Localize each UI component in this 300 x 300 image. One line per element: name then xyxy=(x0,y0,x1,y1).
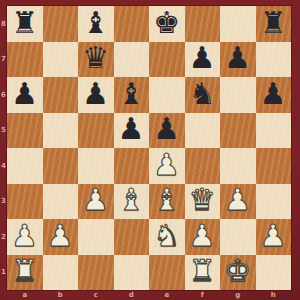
square-b8[interactable] xyxy=(43,6,79,42)
square-g3[interactable]: ♟ xyxy=(220,184,256,220)
board-frame: ♜♝♚♜♛♟♟♟♟♝♞♟♟♟♟♟♝♝♛♟♟♟♞♟♟♜♜♚ 87654321 ab… xyxy=(0,0,300,300)
white-rook[interactable]: ♜ xyxy=(189,256,216,286)
square-f6[interactable]: ♞ xyxy=(185,77,221,113)
rank-label-2: 2 xyxy=(0,219,7,255)
black-pawn[interactable]: ♟ xyxy=(11,79,38,109)
black-pawn[interactable]: ♟ xyxy=(224,43,251,73)
file-label-c: c xyxy=(78,291,114,300)
square-f2[interactable]: ♟ xyxy=(185,219,221,255)
black-knight[interactable]: ♞ xyxy=(189,79,216,109)
black-pawn[interactable]: ♟ xyxy=(82,79,109,109)
rank-label-6: 6 xyxy=(0,77,7,113)
square-c8[interactable]: ♝ xyxy=(78,6,114,42)
square-d1[interactable] xyxy=(114,255,150,291)
file-label-e: e xyxy=(149,291,185,300)
square-e4[interactable]: ♟ xyxy=(149,148,185,184)
square-d7[interactable] xyxy=(114,42,150,78)
square-c3[interactable]: ♟ xyxy=(78,184,114,220)
white-pawn[interactable]: ♟ xyxy=(260,221,287,251)
square-f3[interactable]: ♛ xyxy=(185,184,221,220)
square-h2[interactable]: ♟ xyxy=(256,219,292,255)
square-e2[interactable]: ♞ xyxy=(149,219,185,255)
black-queen[interactable]: ♛ xyxy=(82,43,109,73)
square-b7[interactable] xyxy=(43,42,79,78)
square-f4[interactable] xyxy=(185,148,221,184)
square-g1[interactable]: ♚ xyxy=(220,255,256,291)
square-g4[interactable] xyxy=(220,148,256,184)
square-c5[interactable] xyxy=(78,113,114,149)
square-e7[interactable] xyxy=(149,42,185,78)
square-g7[interactable]: ♟ xyxy=(220,42,256,78)
square-f5[interactable] xyxy=(185,113,221,149)
square-e5[interactable]: ♟ xyxy=(149,113,185,149)
square-g2[interactable] xyxy=(220,219,256,255)
square-c4[interactable] xyxy=(78,148,114,184)
black-rook[interactable]: ♜ xyxy=(260,8,287,38)
square-b2[interactable]: ♟ xyxy=(43,219,79,255)
square-f7[interactable]: ♟ xyxy=(185,42,221,78)
black-bishop[interactable]: ♝ xyxy=(118,79,145,109)
square-f8[interactable] xyxy=(185,6,221,42)
black-king[interactable]: ♚ xyxy=(153,8,180,38)
file-label-a: a xyxy=(7,291,43,300)
square-e3[interactable]: ♝ xyxy=(149,184,185,220)
black-pawn[interactable]: ♟ xyxy=(153,114,180,144)
square-g5[interactable] xyxy=(220,113,256,149)
rank-label-8: 8 xyxy=(0,6,7,42)
square-a1[interactable]: ♜ xyxy=(7,255,43,291)
square-d3[interactable]: ♝ xyxy=(114,184,150,220)
white-pawn[interactable]: ♟ xyxy=(11,221,38,251)
square-c1[interactable] xyxy=(78,255,114,291)
white-pawn[interactable]: ♟ xyxy=(47,221,74,251)
square-h5[interactable] xyxy=(256,113,292,149)
rank-label-3: 3 xyxy=(0,184,7,220)
white-rook[interactable]: ♜ xyxy=(11,256,38,286)
rank-label-5: 5 xyxy=(0,113,7,149)
black-pawn[interactable]: ♟ xyxy=(118,114,145,144)
white-pawn[interactable]: ♟ xyxy=(82,185,109,215)
white-king[interactable]: ♚ xyxy=(224,256,251,286)
rank-label-7: 7 xyxy=(0,42,7,78)
black-pawn[interactable]: ♟ xyxy=(260,79,287,109)
square-e1[interactable] xyxy=(149,255,185,291)
square-a7[interactable] xyxy=(7,42,43,78)
black-pawn[interactable]: ♟ xyxy=(189,43,216,73)
square-d4[interactable] xyxy=(114,148,150,184)
square-d5[interactable]: ♟ xyxy=(114,113,150,149)
square-g8[interactable] xyxy=(220,6,256,42)
square-g6[interactable] xyxy=(220,77,256,113)
file-label-d: d xyxy=(114,291,150,300)
file-label-f: f xyxy=(185,291,221,300)
black-bishop[interactable]: ♝ xyxy=(82,8,109,38)
square-h7[interactable] xyxy=(256,42,292,78)
white-queen[interactable]: ♛ xyxy=(189,185,216,215)
rank-label-4: 4 xyxy=(0,148,7,184)
square-b6[interactable] xyxy=(43,77,79,113)
square-d6[interactable]: ♝ xyxy=(114,77,150,113)
square-b4[interactable] xyxy=(43,148,79,184)
square-a4[interactable] xyxy=(7,148,43,184)
file-label-g: g xyxy=(220,291,256,300)
square-h4[interactable] xyxy=(256,148,292,184)
square-a6[interactable]: ♟ xyxy=(7,77,43,113)
white-bishop[interactable]: ♝ xyxy=(153,185,180,215)
white-pawn[interactable]: ♟ xyxy=(189,221,216,251)
square-e6[interactable] xyxy=(149,77,185,113)
square-b1[interactable] xyxy=(43,255,79,291)
white-pawn[interactable]: ♟ xyxy=(153,150,180,180)
square-f1[interactable]: ♜ xyxy=(185,255,221,291)
square-b3[interactable] xyxy=(43,184,79,220)
white-bishop[interactable]: ♝ xyxy=(118,185,145,215)
square-a2[interactable]: ♟ xyxy=(7,219,43,255)
square-b5[interactable] xyxy=(43,113,79,149)
black-rook[interactable]: ♜ xyxy=(11,8,38,38)
square-h6[interactable]: ♟ xyxy=(256,77,292,113)
square-e8[interactable]: ♚ xyxy=(149,6,185,42)
square-c6[interactable]: ♟ xyxy=(78,77,114,113)
square-h1[interactable] xyxy=(256,255,292,291)
square-h3[interactable] xyxy=(256,184,292,220)
white-pawn[interactable]: ♟ xyxy=(224,185,251,215)
rank-label-1: 1 xyxy=(0,255,7,291)
white-knight[interactable]: ♞ xyxy=(153,221,180,251)
square-d8[interactable] xyxy=(114,6,150,42)
file-label-b: b xyxy=(43,291,79,300)
square-d2[interactable] xyxy=(114,219,150,255)
chess-board: ♜♝♚♜♛♟♟♟♟♝♞♟♟♟♟♟♝♝♛♟♟♟♞♟♟♜♜♚ xyxy=(7,6,291,290)
square-c2[interactable] xyxy=(78,219,114,255)
square-a5[interactable] xyxy=(7,113,43,149)
square-a3[interactable] xyxy=(7,184,43,220)
square-a8[interactable]: ♜ xyxy=(7,6,43,42)
square-h8[interactable]: ♜ xyxy=(256,6,292,42)
square-c7[interactable]: ♛ xyxy=(78,42,114,78)
file-label-h: h xyxy=(256,291,292,300)
